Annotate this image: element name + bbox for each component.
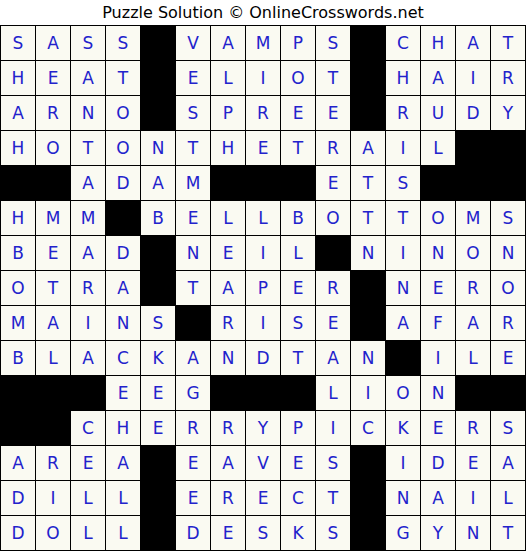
letter-cell-r1c8: M xyxy=(246,26,280,60)
letter-cell-r4c13: L xyxy=(421,131,455,165)
letter-cell-r15c15: T xyxy=(491,516,525,550)
block-cell-r12c2 xyxy=(36,411,70,445)
letter-cell-r5c6: M xyxy=(176,166,210,200)
letter-cell-r14c10: T xyxy=(316,481,350,515)
letter-cell-r3c8: R xyxy=(246,96,280,130)
letter-cell-r13c3: E xyxy=(71,446,105,480)
letter-cell-r15c12: G xyxy=(386,516,420,550)
letter-cell-r4c5: N xyxy=(141,131,175,165)
letter-cell-r3c6: S xyxy=(176,96,210,130)
letter-cell-r1c3: S xyxy=(71,26,105,60)
letter-cell-r10c1: B xyxy=(1,341,35,375)
block-cell-r5c14 xyxy=(456,166,490,200)
letter-cell-r13c14: E xyxy=(456,446,490,480)
letter-cell-r14c4: L xyxy=(106,481,140,515)
letter-cell-r7c2: E xyxy=(36,236,70,270)
letter-cell-r6c12: T xyxy=(386,201,420,235)
letter-cell-r13c6: E xyxy=(176,446,210,480)
letter-cell-r8c7: A xyxy=(211,271,245,305)
letter-cell-r6c15: S xyxy=(491,201,525,235)
letter-cell-r11c11: I xyxy=(351,376,385,410)
letter-cell-r7c15: N xyxy=(491,236,525,270)
letter-cell-r4c8: E xyxy=(246,131,280,165)
letter-cell-r9c13: F xyxy=(421,306,455,340)
letter-cell-r9c3: I xyxy=(71,306,105,340)
letter-cell-r2c9: O xyxy=(281,61,315,95)
letter-cell-r9c12: A xyxy=(386,306,420,340)
letter-cell-r14c1: D xyxy=(1,481,35,515)
block-cell-r5c15 xyxy=(491,166,525,200)
letter-cell-r2c10: T xyxy=(316,61,350,95)
letter-cell-r8c2: T xyxy=(36,271,70,305)
letter-cell-r12c5: E xyxy=(141,411,175,445)
letter-cell-r1c14: A xyxy=(456,26,490,60)
letter-cell-r9c9: S xyxy=(281,306,315,340)
letter-cell-r10c13: I xyxy=(421,341,455,375)
letter-cell-r5c5: A xyxy=(141,166,175,200)
block-cell-r5c7 xyxy=(211,166,245,200)
block-cell-r4c14 xyxy=(456,131,490,165)
block-cell-r11c2 xyxy=(36,376,70,410)
letter-cell-r12c6: R xyxy=(176,411,210,445)
letter-cell-r15c8: S xyxy=(246,516,280,550)
letter-cell-r13c2: R xyxy=(36,446,70,480)
letter-cell-r8c4: A xyxy=(106,271,140,305)
letter-cell-r9c10: E xyxy=(316,306,350,340)
block-cell-r4c15 xyxy=(491,131,525,165)
letter-cell-r13c15: A xyxy=(491,446,525,480)
block-cell-r11c8 xyxy=(246,376,280,410)
letter-cell-r12c13: E xyxy=(421,411,455,445)
letter-cell-r10c11: N xyxy=(351,341,385,375)
letter-cell-r15c14: N xyxy=(456,516,490,550)
letter-cell-r10c7: N xyxy=(211,341,245,375)
letter-cell-r13c8: V xyxy=(246,446,280,480)
block-cell-r11c14 xyxy=(456,376,490,410)
letter-cell-r3c12: R xyxy=(386,96,420,130)
letter-cell-r13c12: I xyxy=(386,446,420,480)
letter-cell-r10c5: K xyxy=(141,341,175,375)
letter-cell-r7c6: N xyxy=(176,236,210,270)
block-cell-r13c5 xyxy=(141,446,175,480)
block-cell-r7c10 xyxy=(316,236,350,270)
letter-cell-r4c1: H xyxy=(1,131,35,165)
letter-cell-r8c3: R xyxy=(71,271,105,305)
letter-cell-r11c4: E xyxy=(106,376,140,410)
letter-cell-r3c13: U xyxy=(421,96,455,130)
letter-cell-r2c7: L xyxy=(211,61,245,95)
letter-cell-r13c7: A xyxy=(211,446,245,480)
letter-cell-r3c3: N xyxy=(71,96,105,130)
letter-cell-r6c7: L xyxy=(211,201,245,235)
letter-cell-r3c1: A xyxy=(1,96,35,130)
letter-cell-r4c10: R xyxy=(316,131,350,165)
letter-cell-r3c15: Y xyxy=(491,96,525,130)
letter-cell-r15c13: Y xyxy=(421,516,455,550)
letter-cell-r3c14: D xyxy=(456,96,490,130)
letter-cell-r6c1: H xyxy=(1,201,35,235)
letter-cell-r14c9: C xyxy=(281,481,315,515)
letter-cell-r15c9: K xyxy=(281,516,315,550)
letter-cell-r3c7: P xyxy=(211,96,245,130)
letter-cell-r12c12: K xyxy=(386,411,420,445)
crossword-grid: SASSVAMPSCHATHEATELIOTHAIRARNOSPREERUDYH… xyxy=(0,25,526,551)
letter-cell-r2c14: I xyxy=(456,61,490,95)
letter-cell-r4c7: H xyxy=(211,131,245,165)
letter-cell-r8c13: E xyxy=(421,271,455,305)
letter-cell-r5c11: T xyxy=(351,166,385,200)
letter-cell-r2c4: T xyxy=(106,61,140,95)
letter-cell-r1c4: S xyxy=(106,26,140,60)
letter-cell-r3c10: E xyxy=(316,96,350,130)
letter-cell-r6c13: O xyxy=(421,201,455,235)
letter-cell-r9c14: A xyxy=(456,306,490,340)
letter-cell-r2c13: A xyxy=(421,61,455,95)
letter-cell-r8c12: N xyxy=(386,271,420,305)
letter-cell-r15c6: D xyxy=(176,516,210,550)
letter-cell-r4c6: T xyxy=(176,131,210,165)
letter-cell-r13c10: S xyxy=(316,446,350,480)
letter-cell-r14c3: L xyxy=(71,481,105,515)
letter-cell-r7c11: N xyxy=(351,236,385,270)
letter-cell-r3c9: E xyxy=(281,96,315,130)
letter-cell-r6c3: M xyxy=(71,201,105,235)
block-cell-r5c1 xyxy=(1,166,35,200)
block-cell-r8c5 xyxy=(141,271,175,305)
letter-cell-r9c7: R xyxy=(211,306,245,340)
letter-cell-r4c3: T xyxy=(71,131,105,165)
letter-cell-r6c8: L xyxy=(246,201,280,235)
letter-cell-r8c6: T xyxy=(176,271,210,305)
letter-cell-r7c8: I xyxy=(246,236,280,270)
crossword-solution-page: Puzzle Solution © OnlineCrosswords.net S… xyxy=(0,0,526,551)
block-cell-r11c15 xyxy=(491,376,525,410)
letter-cell-r2c2: E xyxy=(36,61,70,95)
block-cell-r5c8 xyxy=(246,166,280,200)
letter-cell-r8c8: P xyxy=(246,271,280,305)
letter-cell-r11c13: N xyxy=(421,376,455,410)
letter-cell-r7c3: A xyxy=(71,236,105,270)
letter-cell-r14c7: R xyxy=(211,481,245,515)
letter-cell-r9c15: R xyxy=(491,306,525,340)
letter-cell-r1c1: S xyxy=(1,26,35,60)
letter-cell-r5c3: A xyxy=(71,166,105,200)
letter-cell-r11c10: L xyxy=(316,376,350,410)
letter-cell-r10c9: T xyxy=(281,341,315,375)
letter-cell-r1c13: H xyxy=(421,26,455,60)
letter-cell-r7c9: L xyxy=(281,236,315,270)
letter-cell-r11c6: G xyxy=(176,376,210,410)
block-cell-r10c12 xyxy=(386,341,420,375)
letter-cell-r12c14: R xyxy=(456,411,490,445)
letter-cell-r15c4: L xyxy=(106,516,140,550)
block-cell-r14c11 xyxy=(351,481,385,515)
letter-cell-r15c1: D xyxy=(1,516,35,550)
letter-cell-r8c14: R xyxy=(456,271,490,305)
block-cell-r2c11 xyxy=(351,61,385,95)
letter-cell-r1c10: S xyxy=(316,26,350,60)
letter-cell-r9c5: S xyxy=(141,306,175,340)
block-cell-r9c11 xyxy=(351,306,385,340)
letter-cell-r5c12: S xyxy=(386,166,420,200)
block-cell-r11c3 xyxy=(71,376,105,410)
letter-cell-r10c8: D xyxy=(246,341,280,375)
letter-cell-r2c3: A xyxy=(71,61,105,95)
letter-cell-r4c4: O xyxy=(106,131,140,165)
letter-cell-r10c6: A xyxy=(176,341,210,375)
letter-cell-r11c12: O xyxy=(386,376,420,410)
letter-cell-r14c15: L xyxy=(491,481,525,515)
letter-cell-r8c1: O xyxy=(1,271,35,305)
letter-cell-r4c11: A xyxy=(351,131,385,165)
block-cell-r9c6 xyxy=(176,306,210,340)
block-cell-r15c5 xyxy=(141,516,175,550)
letter-cell-r14c13: A xyxy=(421,481,455,515)
letter-cell-r8c9: E xyxy=(281,271,315,305)
letter-cell-r5c4: D xyxy=(106,166,140,200)
letter-cell-r12c7: R xyxy=(211,411,245,445)
block-cell-r11c7 xyxy=(211,376,245,410)
block-cell-r1c11 xyxy=(351,26,385,60)
letter-cell-r7c1: B xyxy=(1,236,35,270)
letter-cell-r6c6: E xyxy=(176,201,210,235)
letter-cell-r6c9: B xyxy=(281,201,315,235)
block-cell-r12c1 xyxy=(1,411,35,445)
letter-cell-r10c15: E xyxy=(491,341,525,375)
letter-cell-r9c2: A xyxy=(36,306,70,340)
letter-cell-r11c5: E xyxy=(141,376,175,410)
letter-cell-r14c14: I xyxy=(456,481,490,515)
block-cell-r2c5 xyxy=(141,61,175,95)
letter-cell-r2c8: I xyxy=(246,61,280,95)
letter-cell-r2c6: E xyxy=(176,61,210,95)
letter-cell-r6c14: M xyxy=(456,201,490,235)
block-cell-r14c5 xyxy=(141,481,175,515)
letter-cell-r4c2: O xyxy=(36,131,70,165)
letter-cell-r10c14: L xyxy=(456,341,490,375)
letter-cell-r14c2: I xyxy=(36,481,70,515)
letter-cell-r2c1: H xyxy=(1,61,35,95)
letter-cell-r15c2: O xyxy=(36,516,70,550)
letter-cell-r12c11: C xyxy=(351,411,385,445)
block-cell-r6c4 xyxy=(106,201,140,235)
letter-cell-r9c1: M xyxy=(1,306,35,340)
block-cell-r8c11 xyxy=(351,271,385,305)
block-cell-r11c1 xyxy=(1,376,35,410)
letter-cell-r7c4: D xyxy=(106,236,140,270)
letter-cell-r12c9: P xyxy=(281,411,315,445)
letter-cell-r4c9: T xyxy=(281,131,315,165)
letter-cell-r6c10: O xyxy=(316,201,350,235)
letter-cell-r15c3: L xyxy=(71,516,105,550)
page-title: Puzzle Solution © OnlineCrosswords.net xyxy=(0,0,526,25)
letter-cell-r8c10: R xyxy=(316,271,350,305)
block-cell-r5c9 xyxy=(281,166,315,200)
letter-cell-r7c7: E xyxy=(211,236,245,270)
letter-cell-r12c8: Y xyxy=(246,411,280,445)
block-cell-r13c11 xyxy=(351,446,385,480)
letter-cell-r10c10: A xyxy=(316,341,350,375)
letter-cell-r1c9: P xyxy=(281,26,315,60)
letter-cell-r15c7: E xyxy=(211,516,245,550)
letter-cell-r9c4: N xyxy=(106,306,140,340)
letter-cell-r15c10: S xyxy=(316,516,350,550)
block-cell-r5c13 xyxy=(421,166,455,200)
letter-cell-r6c2: M xyxy=(36,201,70,235)
letter-cell-r14c8: E xyxy=(246,481,280,515)
block-cell-r15c11 xyxy=(351,516,385,550)
block-cell-r5c2 xyxy=(36,166,70,200)
letter-cell-r13c4: A xyxy=(106,446,140,480)
letter-cell-r2c12: H xyxy=(386,61,420,95)
letter-cell-r4c12: I xyxy=(386,131,420,165)
letter-cell-r3c2: R xyxy=(36,96,70,130)
block-cell-r11c9 xyxy=(281,376,315,410)
letter-cell-r7c13: N xyxy=(421,236,455,270)
letter-cell-r9c8: I xyxy=(246,306,280,340)
letter-cell-r7c12: I xyxy=(386,236,420,270)
letter-cell-r12c10: I xyxy=(316,411,350,445)
letter-cell-r1c15: T xyxy=(491,26,525,60)
letter-cell-r1c7: A xyxy=(211,26,245,60)
block-cell-r1c5 xyxy=(141,26,175,60)
letter-cell-r13c13: D xyxy=(421,446,455,480)
letter-cell-r13c1: A xyxy=(1,446,35,480)
letter-cell-r12c15: S xyxy=(491,411,525,445)
letter-cell-r12c4: H xyxy=(106,411,140,445)
letter-cell-r10c3: A xyxy=(71,341,105,375)
letter-cell-r10c4: C xyxy=(106,341,140,375)
letter-cell-r7c14: O xyxy=(456,236,490,270)
letter-cell-r2c15: R xyxy=(491,61,525,95)
letter-cell-r5c10: E xyxy=(316,166,350,200)
block-cell-r3c11 xyxy=(351,96,385,130)
letter-cell-r1c2: A xyxy=(36,26,70,60)
letter-cell-r10c2: L xyxy=(36,341,70,375)
letter-cell-r13c9: E xyxy=(281,446,315,480)
letter-cell-r3c4: O xyxy=(106,96,140,130)
letter-cell-r1c6: V xyxy=(176,26,210,60)
letter-cell-r1c12: C xyxy=(386,26,420,60)
letter-cell-r14c12: N xyxy=(386,481,420,515)
letter-cell-r14c6: E xyxy=(176,481,210,515)
letter-cell-r12c3: C xyxy=(71,411,105,445)
letter-cell-r6c11: T xyxy=(351,201,385,235)
block-cell-r7c5 xyxy=(141,236,175,270)
letter-cell-r6c5: B xyxy=(141,201,175,235)
letter-cell-r8c15: O xyxy=(491,271,525,305)
block-cell-r3c5 xyxy=(141,96,175,130)
